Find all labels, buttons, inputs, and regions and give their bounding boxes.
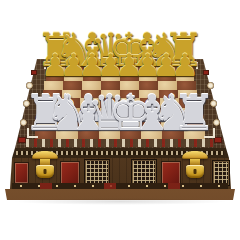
square-e6[interactable]: [120, 81, 139, 89]
brass-clasp-right: [182, 151, 208, 178]
brass-clasp-left: [32, 151, 58, 178]
square-c5[interactable]: [81, 90, 100, 99]
clasp-plate: [36, 165, 54, 178]
square-a7[interactable]: [46, 74, 65, 82]
square-b8[interactable]: [65, 67, 83, 74]
square-e7[interactable]: [120, 74, 139, 82]
square-a4[interactable]: [41, 98, 61, 107]
square-c4[interactable]: [80, 98, 100, 107]
square-g8[interactable]: [156, 67, 174, 74]
square-h5[interactable]: [178, 90, 197, 99]
corner-bracket-inlay-icon: [44, 62, 52, 69]
square-g3[interactable]: [160, 108, 180, 118]
square-h3[interactable]: [181, 108, 201, 118]
square-h2[interactable]: [182, 118, 203, 128]
rosette-inlay-icon: [207, 82, 214, 89]
rosette-inlay-icon: [26, 82, 33, 89]
clasp-crest-icon: [32, 151, 58, 159]
square-a1[interactable]: [35, 128, 56, 139]
square-h6[interactable]: [177, 81, 196, 89]
square-g7[interactable]: [157, 74, 176, 82]
corner-bracket-inlay-icon: [27, 128, 38, 138]
square-d1[interactable]: [99, 128, 120, 139]
ground-shadow: [12, 198, 228, 205]
square-b7[interactable]: [64, 74, 83, 82]
rosette-inlay-icon: [210, 100, 217, 107]
square-e1[interactable]: [120, 128, 141, 139]
square-e4[interactable]: [120, 98, 140, 107]
square-c1[interactable]: [78, 128, 99, 139]
rosette-inlay-icon: [213, 119, 220, 126]
square-b6[interactable]: [63, 81, 82, 89]
rosette-inlay-icon: [23, 100, 30, 107]
square-f4[interactable]: [140, 98, 160, 107]
square-e5[interactable]: [120, 90, 139, 99]
square-d3[interactable]: [100, 108, 120, 118]
square-e3[interactable]: [120, 108, 140, 118]
clasp-plate: [186, 165, 204, 178]
square-f2[interactable]: [141, 118, 162, 128]
chess-set-photo: ♜♞♝♛♚♝♞♜♟♟♟♟♟♟♟♟♟♟♟♟♟♟♟♟♜♞♝♛♚♝♞♜: [0, 0, 240, 240]
square-e2[interactable]: [120, 118, 141, 128]
red-front-panel: [60, 161, 80, 185]
square-f8[interactable]: [138, 67, 156, 74]
square-b5[interactable]: [62, 90, 81, 99]
square-f5[interactable]: [139, 90, 158, 99]
front-bottom-mosaic-band: [12, 183, 228, 189]
square-b2[interactable]: [58, 118, 79, 128]
square-f3[interactable]: [140, 108, 160, 118]
square-c2[interactable]: [79, 118, 100, 128]
corner-bracket-inlay-icon: [204, 128, 215, 138]
red-inlay-chip: [203, 70, 209, 75]
square-a2[interactable]: [37, 118, 58, 128]
square-b3[interactable]: [59, 108, 79, 118]
red-inlay-chip: [31, 70, 37, 75]
rosette-inlay-icon: [20, 119, 27, 126]
square-d2[interactable]: [99, 118, 120, 128]
square-g6[interactable]: [158, 81, 177, 89]
red-inlay-chip: [18, 137, 26, 143]
square-a3[interactable]: [39, 108, 59, 118]
red-front-panel: [161, 161, 181, 185]
square-g5[interactable]: [159, 90, 178, 99]
square-d8[interactable]: [102, 67, 120, 74]
square-h7[interactable]: [176, 74, 195, 82]
square-d4[interactable]: [100, 98, 120, 107]
square-c3[interactable]: [80, 108, 100, 118]
square-d7[interactable]: [101, 74, 120, 82]
square-f7[interactable]: [139, 74, 158, 82]
square-e8[interactable]: [120, 67, 138, 74]
square-b1[interactable]: [56, 128, 77, 139]
lattice-front-panel: [213, 161, 229, 185]
square-g1[interactable]: [162, 128, 183, 139]
square-d5[interactable]: [101, 90, 120, 99]
clasp-crest-icon: [182, 151, 208, 159]
square-h4[interactable]: [179, 98, 199, 107]
corner-bracket-inlay-icon: [190, 62, 198, 69]
red-inlay-chip: [214, 137, 222, 143]
square-c8[interactable]: [84, 67, 102, 74]
square-g2[interactable]: [161, 118, 182, 128]
square-b4[interactable]: [61, 98, 81, 107]
red-front-panel: [14, 162, 29, 184]
square-f6[interactable]: [139, 81, 158, 89]
square-a5[interactable]: [43, 90, 62, 99]
square-h1[interactable]: [184, 128, 205, 139]
square-d6[interactable]: [101, 81, 120, 89]
square-c6[interactable]: [82, 81, 101, 89]
square-g4[interactable]: [160, 98, 180, 107]
square-a6[interactable]: [44, 81, 63, 89]
square-f1[interactable]: [141, 128, 162, 139]
square-c7[interactable]: [83, 74, 102, 82]
